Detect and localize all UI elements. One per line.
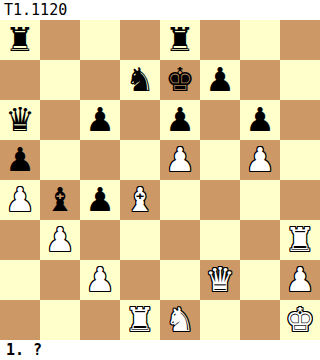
square-b1[interactable] bbox=[40, 300, 80, 340]
white-pawn-icon: ♟ bbox=[40, 220, 80, 260]
square-c7[interactable] bbox=[80, 60, 120, 100]
move-prompt: 1. ? bbox=[0, 340, 320, 360]
white-pawn-icon: ♟ bbox=[80, 260, 120, 300]
square-e4[interactable] bbox=[160, 180, 200, 220]
square-d7[interactable]: ♞ bbox=[120, 60, 160, 100]
black-knight-icon: ♞ bbox=[120, 60, 160, 100]
square-g6[interactable]: ♟ bbox=[240, 100, 280, 140]
square-f3[interactable] bbox=[200, 220, 240, 260]
square-e1[interactable]: ♞ bbox=[160, 300, 200, 340]
square-f1[interactable] bbox=[200, 300, 240, 340]
square-e2[interactable] bbox=[160, 260, 200, 300]
square-c3[interactable] bbox=[80, 220, 120, 260]
puzzle-title: T1.1120 bbox=[0, 0, 320, 20]
square-e5[interactable]: ♟ bbox=[160, 140, 200, 180]
square-b2[interactable] bbox=[40, 260, 80, 300]
square-h4[interactable] bbox=[280, 180, 320, 220]
square-f7[interactable]: ♟ bbox=[200, 60, 240, 100]
square-d2[interactable] bbox=[120, 260, 160, 300]
square-b5[interactable] bbox=[40, 140, 80, 180]
square-a1[interactable] bbox=[0, 300, 40, 340]
square-c6[interactable]: ♟ bbox=[80, 100, 120, 140]
chess-board: ♜♜♞♚♟♛♟♟♟♟♟♟♟♝♟♝♟♜♟♛♟♜♞♚ bbox=[0, 20, 320, 340]
square-g8[interactable] bbox=[240, 20, 280, 60]
square-d3[interactable] bbox=[120, 220, 160, 260]
square-a3[interactable] bbox=[0, 220, 40, 260]
black-bishop-icon: ♝ bbox=[40, 180, 80, 220]
square-c2[interactable]: ♟ bbox=[80, 260, 120, 300]
white-pawn-icon: ♟ bbox=[160, 140, 200, 180]
square-g3[interactable] bbox=[240, 220, 280, 260]
black-pawn-icon: ♟ bbox=[160, 100, 200, 140]
square-d5[interactable] bbox=[120, 140, 160, 180]
square-h3[interactable]: ♜ bbox=[280, 220, 320, 260]
square-g2[interactable] bbox=[240, 260, 280, 300]
square-b7[interactable] bbox=[40, 60, 80, 100]
black-rook-icon: ♜ bbox=[160, 20, 200, 60]
square-e3[interactable] bbox=[160, 220, 200, 260]
square-h6[interactable] bbox=[280, 100, 320, 140]
black-pawn-icon: ♟ bbox=[240, 100, 280, 140]
square-a4[interactable]: ♟ bbox=[0, 180, 40, 220]
black-king-icon: ♚ bbox=[160, 60, 200, 100]
square-c8[interactable] bbox=[80, 20, 120, 60]
square-d8[interactable] bbox=[120, 20, 160, 60]
square-c1[interactable] bbox=[80, 300, 120, 340]
white-pawn-icon: ♟ bbox=[280, 260, 320, 300]
black-pawn-icon: ♟ bbox=[200, 60, 240, 100]
black-queen-icon: ♛ bbox=[0, 100, 40, 140]
square-c5[interactable] bbox=[80, 140, 120, 180]
square-c4[interactable]: ♟ bbox=[80, 180, 120, 220]
white-king-icon: ♚ bbox=[280, 300, 320, 340]
square-e7[interactable]: ♚ bbox=[160, 60, 200, 100]
square-g4[interactable] bbox=[240, 180, 280, 220]
square-b6[interactable] bbox=[40, 100, 80, 140]
square-h7[interactable] bbox=[280, 60, 320, 100]
square-a2[interactable] bbox=[0, 260, 40, 300]
square-e6[interactable]: ♟ bbox=[160, 100, 200, 140]
white-bishop-icon: ♝ bbox=[120, 180, 160, 220]
square-a7[interactable] bbox=[0, 60, 40, 100]
square-b3[interactable]: ♟ bbox=[40, 220, 80, 260]
square-d6[interactable] bbox=[120, 100, 160, 140]
square-h1[interactable]: ♚ bbox=[280, 300, 320, 340]
white-pawn-icon: ♟ bbox=[0, 180, 40, 220]
white-knight-icon: ♞ bbox=[160, 300, 200, 340]
square-a6[interactable]: ♛ bbox=[0, 100, 40, 140]
square-f6[interactable] bbox=[200, 100, 240, 140]
square-d4[interactable]: ♝ bbox=[120, 180, 160, 220]
black-pawn-icon: ♟ bbox=[80, 180, 120, 220]
black-pawn-icon: ♟ bbox=[80, 100, 120, 140]
square-f5[interactable] bbox=[200, 140, 240, 180]
white-rook-icon: ♜ bbox=[120, 300, 160, 340]
square-h5[interactable] bbox=[280, 140, 320, 180]
square-g1[interactable] bbox=[240, 300, 280, 340]
white-rook-icon: ♜ bbox=[280, 220, 320, 260]
square-h8[interactable] bbox=[280, 20, 320, 60]
white-pawn-icon: ♟ bbox=[240, 140, 280, 180]
black-pawn-icon: ♟ bbox=[0, 140, 40, 180]
black-rook-icon: ♜ bbox=[0, 20, 40, 60]
square-e8[interactable]: ♜ bbox=[160, 20, 200, 60]
square-f8[interactable] bbox=[200, 20, 240, 60]
square-g5[interactable]: ♟ bbox=[240, 140, 280, 180]
square-f2[interactable]: ♛ bbox=[200, 260, 240, 300]
square-a8[interactable]: ♜ bbox=[0, 20, 40, 60]
square-f4[interactable] bbox=[200, 180, 240, 220]
square-g7[interactable] bbox=[240, 60, 280, 100]
square-b8[interactable] bbox=[40, 20, 80, 60]
square-d1[interactable]: ♜ bbox=[120, 300, 160, 340]
square-h2[interactable]: ♟ bbox=[280, 260, 320, 300]
square-b4[interactable]: ♝ bbox=[40, 180, 80, 220]
white-queen-icon: ♛ bbox=[200, 260, 240, 300]
square-a5[interactable]: ♟ bbox=[0, 140, 40, 180]
